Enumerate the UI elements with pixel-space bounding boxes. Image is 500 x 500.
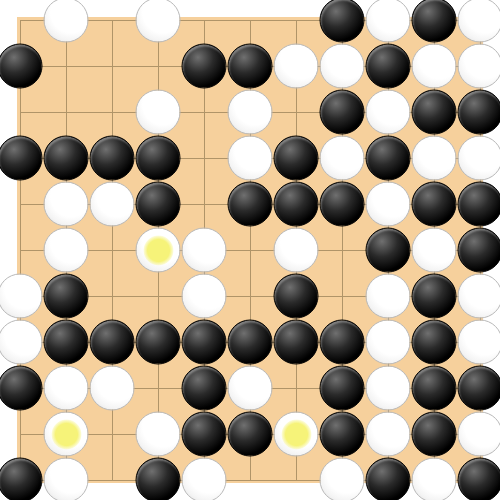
black-stone [412,0,457,43]
yellow-circle-marker [51,419,81,449]
white-stone [136,228,181,273]
black-stone [182,366,227,411]
yellow-circle-marker [281,419,311,449]
black-stone [412,182,457,227]
white-stone [320,458,365,500]
black-stone [320,182,365,227]
white-stone [182,274,227,319]
white-stone [182,458,227,500]
stones-layer [0,0,500,500]
black-stone [412,412,457,457]
white-stone [136,90,181,135]
black-stone [228,320,273,365]
white-stone [44,366,89,411]
black-stone [90,136,135,181]
white-stone [412,458,457,500]
black-stone [182,412,227,457]
white-stone [44,228,89,273]
black-stone [136,458,181,500]
white-stone [458,274,500,319]
black-stone [320,90,365,135]
white-stone [320,136,365,181]
yellow-circle-marker [143,235,173,265]
white-stone [458,44,500,89]
black-stone [0,136,43,181]
black-stone [366,44,411,89]
black-stone [458,182,500,227]
white-stone [458,136,500,181]
black-stone [412,90,457,135]
black-stone [366,458,411,500]
black-stone [136,320,181,365]
black-stone [136,136,181,181]
black-stone [44,136,89,181]
white-stone [366,182,411,227]
black-stone [182,44,227,89]
black-stone [0,458,43,500]
white-stone [182,228,227,273]
white-stone [274,228,319,273]
white-stone [90,366,135,411]
white-stone [0,320,43,365]
white-stone [366,90,411,135]
black-stone [366,136,411,181]
black-stone [90,320,135,365]
white-stone [44,182,89,227]
white-stone [44,412,89,457]
white-stone [228,90,273,135]
black-stone [136,182,181,227]
black-stone [0,44,43,89]
white-stone [366,274,411,319]
white-stone [136,412,181,457]
black-stone [458,458,500,500]
white-stone [0,274,43,319]
black-stone [366,228,411,273]
black-stone [44,320,89,365]
go-board[interactable] [17,17,483,483]
black-stone [412,320,457,365]
black-stone [458,228,500,273]
black-stone [320,320,365,365]
white-stone [228,136,273,181]
white-stone [366,412,411,457]
white-stone [412,228,457,273]
white-stone [136,0,181,43]
black-stone [0,366,43,411]
black-stone [274,182,319,227]
black-stone [228,182,273,227]
black-stone [228,412,273,457]
white-stone [458,320,500,365]
white-stone [228,366,273,411]
page-background [0,0,500,500]
black-stone [44,274,89,319]
white-stone [366,366,411,411]
black-stone [458,366,500,411]
black-stone [320,0,365,43]
black-stone [274,136,319,181]
white-stone [412,136,457,181]
black-stone [412,366,457,411]
black-stone [458,90,500,135]
white-stone [44,0,89,43]
black-stone [182,320,227,365]
white-stone [274,412,319,457]
white-stone [458,412,500,457]
black-stone [320,366,365,411]
white-stone [274,44,319,89]
white-stone [320,44,365,89]
white-stone [44,458,89,500]
white-stone [458,0,500,43]
black-stone [274,320,319,365]
white-stone [412,44,457,89]
black-stone [228,44,273,89]
black-stone [412,274,457,319]
black-stone [274,274,319,319]
white-stone [366,0,411,43]
white-stone [90,182,135,227]
white-stone [366,320,411,365]
black-stone [320,412,365,457]
